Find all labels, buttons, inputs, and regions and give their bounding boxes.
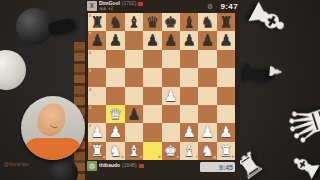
background-piece-dark-base [48,158,78,180]
streamer-shirt [24,138,82,160]
square-d5[interactable] [143,68,161,86]
square-h5[interactable] [217,68,235,86]
square-f1[interactable]: f♝ [180,142,198,160]
square-g5[interactable] [198,68,216,86]
square-c8[interactable]: ♝ [125,13,143,31]
square-f3[interactable] [180,105,198,123]
square-d3[interactable] [143,105,161,123]
piece-black-knight-g8[interactable]: ♞ [198,13,216,31]
square-f4[interactable] [180,87,198,105]
streamer-face [34,100,70,140]
square-c5[interactable] [125,68,143,86]
piece-black-pawn-c3[interactable]: ♟ [125,105,143,123]
square-f8[interactable]: ♝ [180,13,198,31]
piece-white-pawn-b2[interactable]: ♟ [106,123,124,141]
square-a2[interactable]: 2♟ [88,123,106,141]
square-b6[interactable] [106,50,124,68]
stream-frame: ♝ ♝ ♟ ♛ ♜ ♝ ♜ DimGool (1702) ♙♙ +2 ⚙ 9:4… [0,0,320,180]
captured-pieces: ♙♙ [99,6,106,11]
square-f6[interactable] [180,50,198,68]
rank-label-3: 3 [89,106,91,110]
piece-white-bishop-f1[interactable]: ♝ [180,142,198,160]
square-g7[interactable]: ♟ [198,31,216,49]
square-e1[interactable]: e♚ [162,142,180,160]
square-g6[interactable] [198,50,216,68]
square-c1[interactable]: c♝ [125,142,143,160]
piece-black-pawn-a7[interactable]: ♟ [88,31,106,49]
square-c7[interactable] [125,31,143,49]
piece-black-pawn-b7[interactable]: ♟ [106,31,124,49]
bottom-player-bar: ◍ thibaudo (1648) 9:45 [85,160,240,173]
rank-label-6: 6 [89,51,91,55]
square-c2[interactable] [125,123,143,141]
material-advantage: +2 [108,6,113,11]
background-white-queen: ♛ [274,95,320,153]
square-h8[interactable]: ♜ [217,13,235,31]
square-a7[interactable]: 7♟ [88,31,106,49]
square-d8[interactable]: ♛ [143,13,161,31]
rank-label-4: 4 [89,88,91,92]
background-piece-black-base [16,8,53,45]
channel-watermark: @loctelde [4,161,29,167]
square-g3[interactable] [198,105,216,123]
square-f2[interactable]: ♟ [180,123,198,141]
square-h2[interactable]: ♟ [217,123,235,141]
top-player-bar: ♜ DimGool (1702) ♙♙ +2 ⚙ 9:47 [85,0,240,13]
piece-white-pawn-f2[interactable]: ♟ [180,123,198,141]
file-label-d: d [158,155,160,159]
square-e6[interactable] [162,50,180,68]
square-a4[interactable]: 4 [88,87,106,105]
piece-black-pawn-e7[interactable]: ♟ [162,31,180,49]
bottom-player-clock: 9:45 [200,162,235,172]
bottom-player-name[interactable]: thibaudo [99,163,120,168]
square-d4[interactable] [143,87,161,105]
square-e7[interactable]: ♟ [162,31,180,49]
square-b2[interactable]: ♟ [106,123,124,141]
flag-icon [138,2,143,6]
piece-black-bishop-c8[interactable]: ♝ [125,13,143,31]
square-a6[interactable]: 6 [88,50,106,68]
piece-black-rook-a8[interactable]: ♜ [88,13,106,31]
piece-white-rook-a1[interactable]: ♜ [88,142,106,160]
piece-white-rook-h1[interactable]: ♜ [217,142,235,160]
square-h3[interactable] [217,105,235,123]
piece-white-pawn-g2[interactable]: ♟ [198,123,216,141]
square-e2[interactable] [162,123,180,141]
chess-board: 8♜♞♝♛♚♝♞♜7♟♟♟♟♟♟♟654♟3♛♟2♟♟♟♟♟1a♜b♞c♝de♚… [88,13,235,160]
square-b8[interactable]: ♞ [106,13,124,31]
square-e5[interactable] [162,68,180,86]
square-b5[interactable] [106,68,124,86]
settings-gear-icon[interactable]: ⚙ [207,3,213,10]
piece-white-pawn-e4[interactable]: ♟ [162,87,180,105]
rank-label-5: 5 [89,69,91,73]
background-piece-black-stem [47,17,76,36]
piece-black-bishop-f8[interactable]: ♝ [180,13,198,31]
top-player-clock: 9:47 [220,2,238,11]
square-d7[interactable]: ♟ [143,31,161,49]
square-c4[interactable] [125,87,143,105]
piece-white-knight-b1[interactable]: ♞ [106,142,124,160]
square-h6[interactable] [217,50,235,68]
piece-black-pawn-d7[interactable]: ♟ [143,31,161,49]
square-f5[interactable] [180,68,198,86]
bottom-player-avatar[interactable]: ◍ [87,161,97,171]
square-e4[interactable]: ♟ [162,87,180,105]
square-f7[interactable]: ♟ [180,31,198,49]
piece-black-king-e8[interactable]: ♚ [162,13,180,31]
square-a1[interactable]: 1a♜ [88,142,106,160]
chess-app-panel: ♜ DimGool (1702) ♙♙ +2 ⚙ 9:47 8♜♞♝♛♚♝♞♜7… [85,0,240,180]
piece-white-pawn-h2[interactable]: ♟ [217,123,235,141]
piece-white-king-e1[interactable]: ♚ [162,142,180,160]
square-g8[interactable]: ♞ [198,13,216,31]
piece-black-knight-b8[interactable]: ♞ [106,13,124,31]
square-e3[interactable] [162,105,180,123]
square-g2[interactable]: ♟ [198,123,216,141]
piece-black-pawn-f7[interactable]: ♟ [180,31,198,49]
background-white-piece: ♝ [280,143,320,180]
square-h4[interactable] [217,87,235,105]
piece-black-rook-h8[interactable]: ♜ [217,13,235,31]
piece-black-pawn-g7[interactable]: ♟ [198,31,216,49]
square-b1[interactable]: b♞ [106,142,124,160]
square-h7[interactable]: ♟ [217,31,235,49]
bottom-player-rating: (1648) [122,163,136,168]
square-d2[interactable] [143,123,161,141]
square-d1[interactable]: d [143,142,161,160]
square-g1[interactable]: g♞ [198,142,216,160]
square-c3[interactable]: ♟ [125,105,143,123]
square-h1[interactable]: h♜ [217,142,235,160]
square-a5[interactable]: 5 [88,68,106,86]
square-a8[interactable]: 8♜ [88,13,106,31]
square-a3[interactable]: 3 [88,105,106,123]
square-d6[interactable] [143,50,161,68]
piece-white-bishop-c1[interactable]: ♝ [125,142,143,160]
top-player-avatar[interactable]: ♜ [87,1,97,11]
square-c6[interactable] [125,50,143,68]
background-white-pawn: ♟ [265,64,285,80]
piece-black-pawn-h7[interactable]: ♟ [217,31,235,49]
square-e8[interactable]: ♚ [162,13,180,31]
square-b7[interactable]: ♟ [106,31,124,49]
background-white-bishop: ♝ [234,0,301,50]
piece-black-queen-d8[interactable]: ♛ [143,13,161,31]
square-b3[interactable]: ♛ [106,105,124,123]
background-piece-white-base [0,50,26,90]
square-g4[interactable] [198,87,216,105]
square-b4[interactable] [106,87,124,105]
streamer-webcam [21,96,85,160]
piece-white-queen-b3[interactable]: ♛ [106,105,124,123]
flag-icon [139,164,144,168]
piece-white-knight-g1[interactable]: ♞ [198,142,216,160]
piece-white-pawn-a2[interactable]: ♟ [88,123,106,141]
